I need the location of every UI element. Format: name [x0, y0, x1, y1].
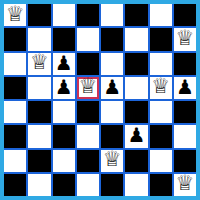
- board-cell-r5c8[interactable]: [174, 101, 196, 123]
- pawn-piece: ♟: [55, 53, 73, 73]
- board-cell-r7c6[interactable]: [125, 150, 147, 172]
- board-cell-r8c1[interactable]: [4, 174, 26, 196]
- pawn-piece: ♟: [55, 77, 73, 97]
- board-cell-r5c6[interactable]: [125, 101, 147, 123]
- board-cell-r2c6[interactable]: [125, 28, 147, 50]
- chess-board: ♕♕♕♟♟♕♟♕♟♟♕♕: [4, 4, 196, 196]
- board-cell-r1c3[interactable]: [53, 4, 75, 26]
- board-cell-r2c5[interactable]: [101, 28, 123, 50]
- board-cell-r4c6[interactable]: [125, 77, 147, 99]
- queen-piece: ♕: [151, 77, 170, 98]
- board-cell-r8c6[interactable]: [125, 174, 147, 196]
- board-cell-r6c8[interactable]: [174, 125, 196, 147]
- pawn-piece: ♟: [127, 125, 145, 145]
- board-cell-r4c2[interactable]: [28, 77, 50, 99]
- board-cell-r3c8[interactable]: [174, 53, 196, 75]
- board-cell-r8c8[interactable]: ♕: [174, 174, 196, 196]
- board-cell-r7c4[interactable]: [77, 150, 99, 172]
- board-cell-r7c7[interactable]: [150, 150, 172, 172]
- board-cell-r8c2[interactable]: [28, 174, 50, 196]
- board-cell-r3c1[interactable]: [4, 53, 26, 75]
- board-cell-r1c4[interactable]: [77, 4, 99, 26]
- board-cell-r3c5[interactable]: [101, 53, 123, 75]
- board-cell-r3c6[interactable]: [125, 53, 147, 75]
- board-cell-r6c2[interactable]: [28, 125, 50, 147]
- board-cell-r8c7[interactable]: [150, 174, 172, 196]
- queen-piece: ♕: [30, 53, 49, 74]
- board-cell-r6c1[interactable]: [4, 125, 26, 147]
- queen-piece: ♕: [175, 174, 194, 195]
- board-cell-r6c7[interactable]: [150, 125, 172, 147]
- board-cell-r2c1[interactable]: [4, 28, 26, 50]
- board-cell-r7c3[interactable]: [53, 150, 75, 172]
- board-cell-r7c5[interactable]: ♕: [101, 150, 123, 172]
- board-cell-r8c5[interactable]: [101, 174, 123, 196]
- board-cell-r2c4[interactable]: [77, 28, 99, 50]
- board-frame: ♕♕♕♟♟♕♟♕♟♟♕♕: [0, 0, 200, 200]
- board-cell-r2c2[interactable]: [28, 28, 50, 50]
- board-cell-r8c4[interactable]: [77, 174, 99, 196]
- queen-piece: ♕: [175, 28, 194, 49]
- board-cell-r2c7[interactable]: [150, 28, 172, 50]
- board-cell-r6c5[interactable]: [101, 125, 123, 147]
- board-cell-r4c4-highlighted[interactable]: ♕: [77, 77, 99, 99]
- pawn-piece: ♟: [103, 77, 121, 97]
- board-cell-r5c2[interactable]: [28, 101, 50, 123]
- board-cell-r2c8[interactable]: ♕: [174, 28, 196, 50]
- board-cell-r5c7[interactable]: [150, 101, 172, 123]
- board-cell-r5c1[interactable]: [4, 101, 26, 123]
- board-cell-r6c4[interactable]: [77, 125, 99, 147]
- board-cell-r8c3[interactable]: [53, 174, 75, 196]
- queen-piece: ♕: [103, 150, 122, 171]
- board-cell-r1c8[interactable]: [174, 4, 196, 26]
- board-cell-r4c1[interactable]: [4, 77, 26, 99]
- board-cell-r3c2[interactable]: ♕: [28, 53, 50, 75]
- board-cell-r5c3[interactable]: [53, 101, 75, 123]
- pawn-piece: ♟: [176, 77, 194, 97]
- board-cell-r1c2[interactable]: [28, 4, 50, 26]
- board-cell-r5c4[interactable]: [77, 101, 99, 123]
- board-cell-r1c1[interactable]: ♕: [4, 4, 26, 26]
- board-cell-r4c8[interactable]: ♟: [174, 77, 196, 99]
- board-cell-r1c6[interactable]: [125, 4, 147, 26]
- queen-piece: ♕: [78, 77, 97, 98]
- board-cell-r7c1[interactable]: [4, 150, 26, 172]
- board-cell-r3c7[interactable]: [150, 53, 172, 75]
- board-cell-r4c5[interactable]: ♟: [101, 77, 123, 99]
- board-cell-r5c5[interactable]: [101, 101, 123, 123]
- board-cell-r1c7[interactable]: [150, 4, 172, 26]
- board-cell-r6c6[interactable]: ♟: [125, 125, 147, 147]
- board-cell-r3c4[interactable]: [77, 53, 99, 75]
- board-cell-r7c8[interactable]: [174, 150, 196, 172]
- board-cell-r6c3[interactable]: [53, 125, 75, 147]
- board-cell-r4c3[interactable]: ♟: [53, 77, 75, 99]
- board-cell-r2c3[interactable]: [53, 28, 75, 50]
- board-cell-r1c5[interactable]: [101, 4, 123, 26]
- board-cell-r3c3[interactable]: ♟: [53, 53, 75, 75]
- board-cell-r7c2[interactable]: [28, 150, 50, 172]
- queen-piece: ♕: [6, 4, 25, 25]
- board-cell-r4c7[interactable]: ♕: [150, 77, 172, 99]
